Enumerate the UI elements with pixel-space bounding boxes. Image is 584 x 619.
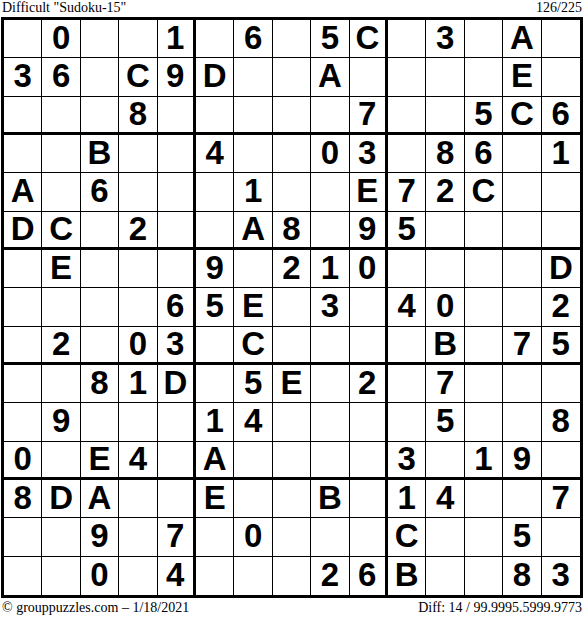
cell-r2c10[interactable] [350, 58, 388, 96]
cell-r11c9[interactable] [311, 403, 349, 441]
cell-r12c10[interactable] [350, 442, 388, 480]
header: Difficult "Sudoku-15" 126/225 [2, 0, 582, 16]
cell-r13c3: A [81, 480, 119, 518]
cell-r14c14: 5 [503, 518, 541, 556]
cell-r5c1: A [4, 173, 42, 211]
cell-r7c11[interactable] [388, 250, 426, 288]
cell-r1c11[interactable] [388, 20, 426, 58]
cell-r6c9[interactable] [311, 212, 349, 250]
cell-r5c14[interactable] [503, 173, 541, 211]
cell-r12c11: 3 [388, 442, 426, 480]
cell-r2c1: 3 [4, 58, 42, 96]
cell-r3c12[interactable] [426, 97, 464, 135]
cell-r9c2: 2 [42, 327, 80, 365]
cell-r10c15[interactable] [542, 365, 580, 403]
cell-r14c5: 7 [158, 518, 196, 556]
cell-r12c13: 1 [465, 442, 503, 480]
cell-r1c7: 6 [234, 20, 272, 58]
cell-r15c6[interactable] [196, 557, 234, 595]
cell-r12c1: 0 [4, 442, 42, 480]
cell-r2c9: A [311, 58, 349, 96]
cell-r12c2[interactable] [42, 442, 80, 480]
cell-r10c8: E [273, 365, 311, 403]
cell-r13c1: 8 [4, 480, 42, 518]
cell-r1c3[interactable] [81, 20, 119, 58]
cell-r12c14: 9 [503, 442, 541, 480]
cell-r5c15[interactable] [542, 173, 580, 211]
cell-r1c12: 3 [426, 20, 464, 58]
cell-r4c11[interactable] [388, 135, 426, 173]
cell-r14c6[interactable] [196, 518, 234, 556]
cell-r9c13[interactable] [465, 327, 503, 365]
cell-r3c9[interactable] [311, 97, 349, 135]
cell-r9c1[interactable] [4, 327, 42, 365]
cell-r15c2[interactable] [42, 557, 80, 595]
cell-r13c8[interactable] [273, 480, 311, 518]
cell-r8c13[interactable] [465, 288, 503, 326]
cell-r5c13: C [465, 173, 503, 211]
cell-r13c14[interactable] [503, 480, 541, 518]
cell-r10c2[interactable] [42, 365, 80, 403]
cell-r10c13[interactable] [465, 365, 503, 403]
footer-copyright: © grouppuzzles.com – 1/18/2021 [2, 600, 189, 616]
cell-r7c15: D [542, 250, 580, 288]
cell-r4c2[interactable] [42, 135, 80, 173]
cell-r13c5[interactable] [158, 480, 196, 518]
cell-r2c6: D [196, 58, 234, 96]
cell-r15c5: 4 [158, 557, 196, 595]
cell-r2c3[interactable] [81, 58, 119, 96]
cell-r2c14: E [503, 58, 541, 96]
cell-r4c14[interactable] [503, 135, 541, 173]
cell-r4c1[interactable] [4, 135, 42, 173]
cell-r11c15: 8 [542, 403, 580, 441]
cell-r15c10: 6 [350, 557, 388, 595]
cell-r1c4[interactable] [119, 20, 157, 58]
cell-r9c5: 3 [158, 327, 196, 365]
cell-r14c1[interactable] [4, 518, 42, 556]
cell-r8c2[interactable] [42, 288, 80, 326]
cell-r13c10[interactable] [350, 480, 388, 518]
cell-r7c13[interactable] [465, 250, 503, 288]
cell-r3c4: 8 [119, 97, 157, 135]
cell-r5c2[interactable] [42, 173, 80, 211]
cell-r7c10: 0 [350, 250, 388, 288]
cell-r14c15[interactable] [542, 518, 580, 556]
cell-r13c13[interactable] [465, 480, 503, 518]
cell-r11c10[interactable] [350, 403, 388, 441]
cell-r15c7[interactable] [234, 557, 272, 595]
cell-r9c4: 0 [119, 327, 157, 365]
cell-r14c8[interactable] [273, 518, 311, 556]
cell-r11c5[interactable] [158, 403, 196, 441]
cell-r13c4[interactable] [119, 480, 157, 518]
cell-r6c7: A [234, 212, 272, 250]
cell-r15c11: B [388, 557, 426, 595]
cell-r1c10: C [350, 20, 388, 58]
cell-r6c11: 5 [388, 212, 426, 250]
cell-r14c4[interactable] [119, 518, 157, 556]
cell-r10c7: 5 [234, 365, 272, 403]
cell-r4c10: 3 [350, 135, 388, 173]
cell-r3c5[interactable] [158, 97, 196, 135]
cell-r6c2: C [42, 212, 80, 250]
cell-r12c9[interactable] [311, 442, 349, 480]
cell-r15c13[interactable] [465, 557, 503, 595]
cell-r8c15: 2 [542, 288, 580, 326]
cell-r3c3[interactable] [81, 97, 119, 135]
cell-r2c15[interactable] [542, 58, 580, 96]
cell-r5c12: 2 [426, 173, 464, 211]
cell-r7c2: E [42, 250, 80, 288]
cell-r12c7[interactable] [234, 442, 272, 480]
cell-r2c4: C [119, 58, 157, 96]
cell-r12c15[interactable] [542, 442, 580, 480]
cell-r4c3: B [81, 135, 119, 173]
sudoku-board: 0165C3A36C9DAE875C6B403861A61E72CDC2A895… [1, 17, 583, 598]
cell-r13c7[interactable] [234, 480, 272, 518]
cell-r12c3: E [81, 442, 119, 480]
cell-r7c8: 2 [273, 250, 311, 288]
cell-r15c12[interactable] [426, 557, 464, 595]
cell-r9c8[interactable] [273, 327, 311, 365]
cell-r5c10: E [350, 173, 388, 211]
cell-r7c6: 9 [196, 250, 234, 288]
cell-r7c5[interactable] [158, 250, 196, 288]
cell-r11c3[interactable] [81, 403, 119, 441]
cell-r1c15[interactable] [542, 20, 580, 58]
cell-r10c3: 8 [81, 365, 119, 403]
cell-r4c6: 4 [196, 135, 234, 173]
cell-r1c8[interactable] [273, 20, 311, 58]
puzzle-title: Difficult "Sudoku-15" [2, 0, 126, 15]
cell-r5c5[interactable] [158, 173, 196, 211]
cell-r7c1[interactable] [4, 250, 42, 288]
cell-r9c14: 7 [503, 327, 541, 365]
cell-r15c9: 2 [311, 557, 349, 595]
cell-r13c11: 1 [388, 480, 426, 518]
cell-r14c10[interactable] [350, 518, 388, 556]
cell-r1c9: 5 [311, 20, 349, 58]
cell-r7c3[interactable] [81, 250, 119, 288]
cell-r1c5: 1 [158, 20, 196, 58]
cell-r6c4: 2 [119, 212, 157, 250]
cell-r8c6: 5 [196, 288, 234, 326]
cell-r8c8[interactable] [273, 288, 311, 326]
cell-r3c13: 5 [465, 97, 503, 135]
cell-r15c15: 3 [542, 557, 580, 595]
cell-r3c10: 7 [350, 97, 388, 135]
cell-r6c3[interactable] [81, 212, 119, 250]
cell-r11c12: 5 [426, 403, 464, 441]
cell-r10c4: 1 [119, 365, 157, 403]
cell-r9c11[interactable] [388, 327, 426, 365]
cell-r4c15: 1 [542, 135, 580, 173]
cell-r7c9: 1 [311, 250, 349, 288]
cell-r5c3: 6 [81, 173, 119, 211]
cell-r13c9: B [311, 480, 349, 518]
cell-r14c3: 9 [81, 518, 119, 556]
cell-r9c7: C [234, 327, 272, 365]
cell-r11c2: 9 [42, 403, 80, 441]
cell-r1c1[interactable] [4, 20, 42, 58]
cell-r3c11[interactable] [388, 97, 426, 135]
cell-r14c11: C [388, 518, 426, 556]
cell-r1c14: A [503, 20, 541, 58]
cell-r14c13[interactable] [465, 518, 503, 556]
cell-r4c5[interactable] [158, 135, 196, 173]
cell-r10c6[interactable] [196, 365, 234, 403]
cell-r9c6[interactable] [196, 327, 234, 365]
cell-r6c8: 8 [273, 212, 311, 250]
cell-r15c1[interactable] [4, 557, 42, 595]
cell-r4c13: 6 [465, 135, 503, 173]
cell-r8c5: 6 [158, 288, 196, 326]
cell-r3c2[interactable] [42, 97, 80, 135]
cell-r6c12[interactable] [426, 212, 464, 250]
cell-r15c3: 0 [81, 557, 119, 595]
cell-r3c1[interactable] [4, 97, 42, 135]
cell-r7c4[interactable] [119, 250, 157, 288]
cell-r2c7[interactable] [234, 58, 272, 96]
cell-r11c6: 1 [196, 403, 234, 441]
cell-r2c13[interactable] [465, 58, 503, 96]
cell-r6c13[interactable] [465, 212, 503, 250]
cell-r9c12: B [426, 327, 464, 365]
cell-r5c9[interactable] [311, 173, 349, 211]
cell-r11c13[interactable] [465, 403, 503, 441]
cell-r4c7[interactable] [234, 135, 272, 173]
cell-r5c11: 7 [388, 173, 426, 211]
cell-r6c5[interactable] [158, 212, 196, 250]
cell-r1c2: 0 [42, 20, 80, 58]
cell-r14c7: 0 [234, 518, 272, 556]
cell-r14c9[interactable] [311, 518, 349, 556]
footer: © grouppuzzles.com – 1/18/2021 Diff: 14 … [2, 600, 582, 618]
cell-r6c6[interactable] [196, 212, 234, 250]
cell-r9c15: 5 [542, 327, 580, 365]
cell-r6c1: D [4, 212, 42, 250]
cell-r4c12: 8 [426, 135, 464, 173]
cell-r2c8[interactable] [273, 58, 311, 96]
cell-r10c1[interactable] [4, 365, 42, 403]
cell-r14c12[interactable] [426, 518, 464, 556]
cell-r12c4: 4 [119, 442, 157, 480]
cell-r11c14[interactable] [503, 403, 541, 441]
cell-r13c6: E [196, 480, 234, 518]
cell-r3c14: C [503, 97, 541, 135]
cell-r12c12[interactable] [426, 442, 464, 480]
cell-r8c10[interactable] [350, 288, 388, 326]
cell-r2c5: 9 [158, 58, 196, 96]
cell-r3c15: 6 [542, 97, 580, 135]
cell-r11c8[interactable] [273, 403, 311, 441]
cell-r9c10[interactable] [350, 327, 388, 365]
cell-r2c11[interactable] [388, 58, 426, 96]
cell-r10c10: 2 [350, 365, 388, 403]
cell-r8c11: 4 [388, 288, 426, 326]
puzzle-page: Difficult "Sudoku-15" 126/225 0165C3A36C… [0, 0, 584, 619]
cell-r7c12[interactable] [426, 250, 464, 288]
cell-r14c2[interactable] [42, 518, 80, 556]
cell-r10c9[interactable] [311, 365, 349, 403]
cell-r13c2: D [42, 480, 80, 518]
cell-r15c8[interactable] [273, 557, 311, 595]
cell-counter: 126/225 [536, 0, 582, 15]
cell-r5c6[interactable] [196, 173, 234, 211]
cell-r8c3[interactable] [81, 288, 119, 326]
cell-r10c11[interactable] [388, 365, 426, 403]
cell-r11c7: 4 [234, 403, 272, 441]
cell-r8c7: E [234, 288, 272, 326]
cell-r8c1[interactable] [4, 288, 42, 326]
cell-r12c6: A [196, 442, 234, 480]
cell-r5c4[interactable] [119, 173, 157, 211]
footer-difficulty: Diff: 14 / 99.9995.5999.9773 [418, 600, 582, 616]
cell-r4c8[interactable] [273, 135, 311, 173]
cell-r2c12[interactable] [426, 58, 464, 96]
cell-r8c14[interactable] [503, 288, 541, 326]
cell-r1c13[interactable] [465, 20, 503, 58]
cell-r10c14[interactable] [503, 365, 541, 403]
cell-r12c5[interactable] [158, 442, 196, 480]
cell-r4c4[interactable] [119, 135, 157, 173]
cell-r6c10: 9 [350, 212, 388, 250]
cell-r13c15: 7 [542, 480, 580, 518]
cell-r8c12: 0 [426, 288, 464, 326]
cell-r12c8[interactable] [273, 442, 311, 480]
cell-r8c9: 3 [311, 288, 349, 326]
cell-r15c14: 8 [503, 557, 541, 595]
cell-r11c11[interactable] [388, 403, 426, 441]
cell-r7c14[interactable] [503, 250, 541, 288]
cell-r2c2: 6 [42, 58, 80, 96]
cell-r8c4[interactable] [119, 288, 157, 326]
cell-r5c8[interactable] [273, 173, 311, 211]
cell-r6c14[interactable] [503, 212, 541, 250]
cell-r9c9[interactable] [311, 327, 349, 365]
cell-r3c7[interactable] [234, 97, 272, 135]
cell-r3c6[interactable] [196, 97, 234, 135]
cell-r15c4[interactable] [119, 557, 157, 595]
cell-r10c12: 7 [426, 365, 464, 403]
cell-r3c8[interactable] [273, 97, 311, 135]
cell-r5c7: 1 [234, 173, 272, 211]
cell-r13c12: 4 [426, 480, 464, 518]
cell-r6c15[interactable] [542, 212, 580, 250]
cell-r9c3[interactable] [81, 327, 119, 365]
cell-r11c4[interactable] [119, 403, 157, 441]
cell-r10c5: D [158, 365, 196, 403]
cell-r7c7[interactable] [234, 250, 272, 288]
cell-r11c1[interactable] [4, 403, 42, 441]
cell-r4c9: 0 [311, 135, 349, 173]
cell-r1c6[interactable] [196, 20, 234, 58]
